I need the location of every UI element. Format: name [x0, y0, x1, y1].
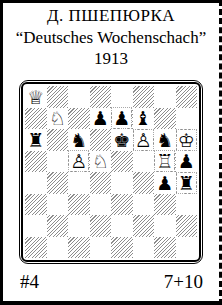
- square-a5: [25, 151, 47, 173]
- square-e8: [111, 86, 133, 108]
- square-f6: ♙: [133, 129, 155, 151]
- square-a2: [25, 215, 47, 237]
- square-b5: [47, 151, 69, 173]
- square-g8: [154, 86, 176, 108]
- square-e1: [111, 237, 133, 259]
- white-king: ♔: [177, 130, 196, 150]
- square-d5: ♘: [90, 151, 112, 173]
- black-pawn: ♟: [156, 173, 173, 193]
- black-pawn: ♟: [112, 108, 131, 128]
- square-b4: [47, 172, 69, 194]
- square-h6: ♔: [176, 129, 198, 151]
- square-g2: [154, 215, 176, 237]
- square-a4: [25, 172, 47, 194]
- square-g4: ♟: [154, 172, 176, 194]
- square-e2: [111, 215, 133, 237]
- square-c1: [68, 237, 90, 259]
- white-pawn: ♙: [134, 130, 153, 150]
- square-d7: ♟: [90, 108, 112, 130]
- square-a6: ♜: [25, 129, 47, 151]
- board-grid: ♕♘♟♟♝♜♞♚♙♞♔♙♘♖♟♟♜: [25, 86, 197, 258]
- square-h2: [176, 215, 198, 237]
- black-king: ♚: [113, 130, 130, 150]
- square-c7: [68, 108, 90, 130]
- square-b7: ♘: [47, 108, 69, 130]
- square-f1: [133, 237, 155, 259]
- square-g5: ♖: [154, 151, 176, 173]
- square-b8: [47, 86, 69, 108]
- square-d3: [90, 194, 112, 216]
- square-f3: [133, 194, 155, 216]
- square-c2: [68, 215, 90, 237]
- material-count: 7+10: [164, 271, 203, 293]
- white-queen: ♕: [27, 87, 44, 107]
- square-d8: [90, 86, 112, 108]
- square-h8: [176, 86, 198, 108]
- square-g6: ♞: [154, 129, 176, 151]
- square-f5: [133, 151, 155, 173]
- square-d6: [90, 129, 112, 151]
- white-knight: ♘: [49, 108, 66, 128]
- square-g3: [154, 194, 176, 216]
- square-c4: [68, 172, 90, 194]
- black-bishop: ♝: [135, 108, 152, 128]
- black-rook: ♜: [177, 173, 196, 193]
- header: Д. ПШЕПЮРКА “Deutsches Wochenschach” 191…: [3, 3, 219, 77]
- black-pawn: ♟: [92, 108, 109, 128]
- footer: #4 7+10: [3, 264, 219, 293]
- square-h1: [176, 237, 198, 259]
- board-frame-inner: ♕♘♟♟♝♜♞♚♙♞♔♙♘♖♟♟♜: [21, 82, 201, 262]
- square-d1: [90, 237, 112, 259]
- problem-page: Д. ПШЕПЮРКА “Deutsches Wochenschach” 191…: [0, 0, 222, 305]
- stipulation: #4: [20, 271, 39, 293]
- author-name: Д. ПШЕПЮРКА: [3, 5, 219, 27]
- square-e5: [111, 151, 133, 173]
- square-h3: [176, 194, 198, 216]
- source-title: “Deutsches Wochenschach”: [3, 27, 219, 48]
- black-rook: ♜: [27, 130, 44, 150]
- square-c6: ♞: [68, 129, 90, 151]
- square-b2: [47, 215, 69, 237]
- square-f4: [133, 172, 155, 194]
- square-e4: [111, 172, 133, 194]
- square-e6: ♚: [111, 129, 133, 151]
- square-h4: ♜: [176, 172, 198, 194]
- square-d4: [90, 172, 112, 194]
- square-h5: ♟: [176, 151, 198, 173]
- white-pawn: ♙: [69, 151, 88, 171]
- square-f7: ♝: [133, 108, 155, 130]
- square-f8: [133, 86, 155, 108]
- board-frame: ♕♘♟♟♝♜♞♚♙♞♔♙♘♖♟♟♜: [19, 80, 203, 264]
- square-a8: ♕: [25, 86, 47, 108]
- square-e3: [111, 194, 133, 216]
- square-a7: [25, 108, 47, 130]
- square-b3: [47, 194, 69, 216]
- square-h7: [176, 108, 198, 130]
- square-a1: [25, 237, 47, 259]
- square-b1: [47, 237, 69, 259]
- black-knight: ♞: [70, 130, 87, 150]
- white-knight: ♘: [92, 151, 109, 171]
- square-a3: [25, 194, 47, 216]
- square-c8: [68, 86, 90, 108]
- black-pawn: ♟: [178, 151, 195, 171]
- publication-year: 1913: [3, 48, 219, 69]
- square-e7: ♟: [111, 108, 133, 130]
- square-g1: [154, 237, 176, 259]
- square-c5: ♙: [68, 151, 90, 173]
- white-rook: ♖: [155, 151, 174, 171]
- square-g7: [154, 108, 176, 130]
- board-area: ♕♘♟♟♝♜♞♚♙♞♔♙♘♖♟♟♜: [3, 80, 219, 264]
- square-c3: [68, 194, 90, 216]
- square-d2: [90, 215, 112, 237]
- black-knight: ♞: [156, 130, 173, 150]
- square-f2: [133, 215, 155, 237]
- square-b6: [47, 129, 69, 151]
